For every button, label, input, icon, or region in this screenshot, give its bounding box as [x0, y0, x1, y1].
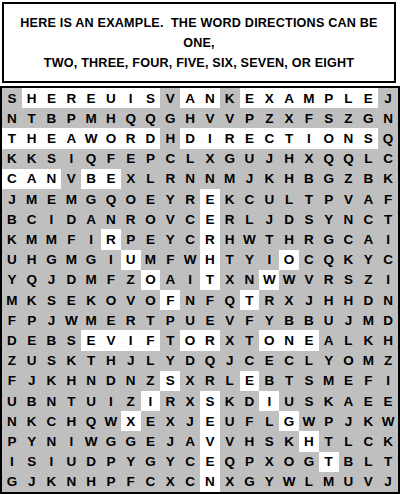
grid-cell[interactable]: D [101, 371, 121, 391]
grid-cell[interactable]: H [240, 431, 260, 451]
grid-cell[interactable]: F [358, 371, 378, 391]
grid-cell[interactable]: F [240, 411, 260, 431]
grid-cell[interactable]: E [141, 411, 161, 431]
grid-cell[interactable]: G [81, 189, 101, 209]
grid-cell[interactable]: I [378, 371, 398, 391]
grid-cell[interactable]: U [81, 391, 101, 411]
grid-cell[interactable]: H [61, 371, 81, 391]
grid-cell[interactable]: A [61, 128, 81, 148]
grid-cell[interactable]: M [141, 250, 161, 270]
grid-cell[interactable]: E [200, 452, 220, 472]
grid-cell[interactable]: C [339, 229, 359, 249]
grid-cell[interactable]: F [200, 290, 220, 310]
grid-cell[interactable]: T [220, 250, 240, 270]
grid-cell[interactable]: T [81, 351, 101, 371]
grid-cell[interactable]: K [220, 391, 240, 411]
grid-cell[interactable]: R [121, 310, 141, 330]
grid-cell[interactable]: J [2, 189, 22, 209]
grid-cell[interactable]: L [339, 431, 359, 451]
grid-cell[interactable]: S [42, 351, 62, 371]
grid-cell[interactable]: H [22, 88, 42, 108]
grid-cell[interactable]: L [141, 351, 161, 371]
grid-cell[interactable]: G [121, 431, 141, 451]
grid-cell[interactable]: N [2, 411, 22, 431]
grid-cell[interactable]: E [240, 371, 260, 391]
grid-cell[interactable]: Q [220, 452, 240, 472]
grid-cell[interactable]: R [101, 229, 121, 249]
grid-cell[interactable]: G [319, 229, 339, 249]
grid-cell[interactable]: G [299, 452, 319, 472]
grid-cell[interactable]: P [319, 411, 339, 431]
grid-cell[interactable]: V [220, 431, 240, 451]
grid-cell[interactable]: H [22, 128, 42, 148]
grid-cell[interactable]: M [220, 169, 240, 189]
grid-cell[interactable]: X [279, 108, 299, 128]
grid-cell[interactable]: O [141, 290, 161, 310]
grid-cell[interactable]: S [22, 452, 42, 472]
grid-cell[interactable]: X [160, 411, 180, 431]
grid-cell[interactable]: L [339, 88, 359, 108]
grid-cell[interactable]: C [141, 472, 161, 492]
grid-cell[interactable]: U [101, 88, 121, 108]
grid-cell[interactable]: K [319, 391, 339, 411]
grid-cell[interactable]: X [121, 169, 141, 189]
grid-cell[interactable]: W [61, 310, 81, 330]
grid-cell[interactable]: C [2, 169, 22, 189]
grid-cell[interactable]: L [358, 452, 378, 472]
grid-cell[interactable]: H [200, 250, 220, 270]
grid-cell[interactable]: R [61, 88, 81, 108]
grid-cell[interactable]: W [240, 229, 260, 249]
grid-cell[interactable]: M [42, 229, 62, 249]
grid-cell[interactable]: H [279, 169, 299, 189]
grid-cell[interactable]: U [2, 391, 22, 411]
grid-cell[interactable]: S [2, 88, 22, 108]
grid-cell[interactable]: G [2, 472, 22, 492]
grid-cell[interactable]: Z [2, 351, 22, 371]
grid-cell[interactable]: E [240, 88, 260, 108]
grid-cell[interactable]: N [180, 169, 200, 189]
grid-cell[interactable]: K [339, 250, 359, 270]
grid-cell[interactable]: O [339, 351, 359, 371]
grid-cell[interactable]: W [299, 411, 319, 431]
grid-cell[interactable]: G [240, 472, 260, 492]
grid-cell[interactable]: R [220, 128, 240, 148]
grid-cell[interactable]: P [101, 452, 121, 472]
grid-cell[interactable]: K [2, 149, 22, 169]
grid-cell[interactable]: U [61, 452, 81, 472]
grid-cell[interactable]: J [259, 149, 279, 169]
grid-cell[interactable]: J [42, 270, 62, 290]
grid-cell[interactable]: D [61, 209, 81, 229]
grid-cell[interactable]: Z [339, 169, 359, 189]
grid-cell[interactable]: F [141, 330, 161, 350]
grid-cell[interactable]: T [279, 128, 299, 148]
grid-cell[interactable]: Y [2, 270, 22, 290]
grid-cell[interactable]: T [240, 330, 260, 350]
grid-cell[interactable]: D [279, 209, 299, 229]
grid-cell[interactable]: I [121, 330, 141, 350]
grid-cell[interactable]: F [160, 250, 180, 270]
grid-cell[interactable]: E [339, 371, 359, 391]
grid-cell[interactable]: M [81, 108, 101, 128]
grid-cell[interactable]: B [299, 169, 319, 189]
grid-cell[interactable]: Q [378, 128, 398, 148]
grid-cell[interactable]: P [61, 108, 81, 128]
grid-cell[interactable]: X [259, 452, 279, 472]
grid-cell[interactable]: K [42, 371, 62, 391]
grid-cell[interactable]: S [299, 371, 319, 391]
grid-cell[interactable]: R [180, 189, 200, 209]
grid-cell[interactable]: D [358, 290, 378, 310]
grid-cell[interactable]: W [259, 270, 279, 290]
grid-cell[interactable]: T [378, 452, 398, 472]
grid-cell[interactable]: T [2, 128, 22, 148]
grid-cell[interactable]: C [358, 209, 378, 229]
grid-cell[interactable]: E [141, 431, 161, 451]
grid-cell[interactable]: P [141, 149, 161, 169]
grid-cell[interactable]: O [141, 270, 161, 290]
grid-cell[interactable]: H [220, 229, 240, 249]
grid-cell[interactable]: B [42, 108, 62, 128]
grid-cell[interactable]: E [22, 330, 42, 350]
grid-cell[interactable]: O [121, 189, 141, 209]
grid-cell[interactable]: E [378, 391, 398, 411]
grid-cell[interactable]: M [299, 88, 319, 108]
grid-cell[interactable]: P [240, 452, 260, 472]
grid-cell[interactable]: D [2, 330, 22, 350]
grid-cell[interactable]: L [180, 149, 200, 169]
grid-cell[interactable]: U [259, 189, 279, 209]
grid-cell[interactable]: E [81, 88, 101, 108]
grid-cell[interactable]: K [220, 88, 240, 108]
grid-cell[interactable]: T [240, 290, 260, 310]
grid-cell[interactable]: X [220, 330, 240, 350]
grid-cell[interactable]: C [378, 149, 398, 169]
grid-cell[interactable]: M [319, 472, 339, 492]
grid-cell[interactable]: M [61, 250, 81, 270]
grid-cell[interactable]: S [299, 209, 319, 229]
grid-cell[interactable]: G [279, 411, 299, 431]
grid-cell[interactable]: K [22, 149, 42, 169]
grid-cell[interactable]: V [101, 330, 121, 350]
grid-cell[interactable]: I [259, 391, 279, 411]
grid-cell[interactable]: V [339, 189, 359, 209]
grid-cell[interactable]: R [200, 330, 220, 350]
grid-cell[interactable]: G [101, 431, 121, 451]
grid-cell[interactable]: E [358, 88, 378, 108]
grid-cell[interactable]: B [339, 452, 359, 472]
grid-cell[interactable]: C [160, 149, 180, 169]
grid-cell[interactable]: A [339, 391, 359, 411]
grid-cell[interactable]: A [180, 88, 200, 108]
grid-cell[interactable]: I [378, 270, 398, 290]
grid-cell[interactable]: K [42, 472, 62, 492]
grid-cell[interactable]: V [299, 270, 319, 290]
grid-cell[interactable]: Q [101, 189, 121, 209]
grid-cell[interactable]: N [200, 88, 220, 108]
grid-cell[interactable]: V [220, 310, 240, 330]
grid-cell[interactable]: C [259, 128, 279, 148]
grid-cell[interactable]: N [200, 472, 220, 492]
grid-cell[interactable]: I [42, 452, 62, 472]
grid-cell[interactable]: F [160, 290, 180, 310]
grid-cell[interactable]: P [160, 310, 180, 330]
grid-cell[interactable]: I [141, 391, 161, 411]
grid-cell[interactable]: M [2, 290, 22, 310]
grid-cell[interactable]: H [180, 108, 200, 128]
grid-cell[interactable]: Z [358, 270, 378, 290]
grid-cell[interactable]: Q [141, 108, 161, 128]
grid-cell[interactable]: Y [319, 351, 339, 371]
grid-cell[interactable]: E [299, 330, 319, 350]
grid-cell[interactable]: E [200, 411, 220, 431]
grid-cell[interactable]: K [259, 169, 279, 189]
grid-cell[interactable]: V [200, 431, 220, 451]
grid-cell[interactable]: N [81, 371, 101, 391]
grid-cell[interactable]: T [61, 391, 81, 411]
grid-cell[interactable]: L [299, 472, 319, 492]
grid-cell[interactable]: F [121, 472, 141, 492]
grid-cell[interactable]: D [240, 391, 260, 411]
grid-cell[interactable]: C [358, 431, 378, 451]
grid-cell[interactable]: C [299, 250, 319, 270]
grid-cell[interactable]: V [121, 290, 141, 310]
grid-cell[interactable]: W [101, 411, 121, 431]
grid-cell[interactable]: U [279, 391, 299, 411]
grid-cell[interactable]: N [61, 472, 81, 492]
grid-cell[interactable]: C [180, 209, 200, 229]
grid-cell[interactable]: S [42, 149, 62, 169]
grid-cell[interactable]: U [22, 351, 42, 371]
grid-cell[interactable]: N [42, 431, 62, 451]
grid-cell[interactable]: H [339, 290, 359, 310]
grid-cell[interactable]: Y [259, 472, 279, 492]
grid-cell[interactable]: Q [220, 290, 240, 310]
grid-cell[interactable]: F [101, 270, 121, 290]
grid-cell[interactable]: P [2, 431, 22, 451]
grid-cell[interactable]: X [200, 149, 220, 169]
grid-cell[interactable]: V [220, 108, 240, 128]
grid-cell[interactable]: J [339, 411, 359, 431]
grid-cell[interactable]: P [22, 310, 42, 330]
grid-cell[interactable]: I [61, 431, 81, 451]
grid-cell[interactable]: A [22, 169, 42, 189]
grid-cell[interactable]: L [299, 351, 319, 371]
grid-cell[interactable]: U [339, 472, 359, 492]
grid-cell[interactable]: E [141, 229, 161, 249]
grid-cell[interactable]: N [240, 270, 260, 290]
grid-cell[interactable]: J [22, 472, 42, 492]
grid-cell[interactable]: H [160, 128, 180, 148]
grid-cell[interactable]: E [101, 169, 121, 189]
grid-cell[interactable]: M [319, 371, 339, 391]
grid-cell[interactable]: J [259, 209, 279, 229]
grid-cell[interactable]: C [22, 209, 42, 229]
grid-cell[interactable]: V [358, 472, 378, 492]
grid-cell[interactable]: B [358, 169, 378, 189]
grid-cell[interactable]: H [378, 330, 398, 350]
grid-cell[interactable]: T [200, 270, 220, 290]
grid-cell[interactable]: H [22, 250, 42, 270]
grid-cell[interactable]: M [358, 310, 378, 330]
grid-cell[interactable]: G [220, 149, 240, 169]
grid-cell[interactable]: E [358, 391, 378, 411]
grid-cell[interactable]: F [2, 310, 22, 330]
grid-cell[interactable]: L [279, 189, 299, 209]
grid-cell[interactable]: K [61, 351, 81, 371]
grid-cell[interactable]: X [220, 270, 240, 290]
grid-cell[interactable]: N [180, 290, 200, 310]
grid-cell[interactable]: E [42, 88, 62, 108]
grid-cell[interactable]: X [180, 371, 200, 391]
grid-cell[interactable]: K [81, 290, 101, 310]
grid-cell[interactable]: X [279, 290, 299, 310]
grid-cell[interactable]: Y [160, 452, 180, 472]
grid-cell[interactable]: T [319, 431, 339, 451]
grid-cell[interactable]: R [121, 128, 141, 148]
grid-cell[interactable]: R [200, 371, 220, 391]
grid-cell[interactable]: U [180, 310, 200, 330]
grid-cell[interactable]: E [42, 189, 62, 209]
grid-cell[interactable]: N [101, 209, 121, 229]
grid-cell[interactable]: Q [121, 108, 141, 128]
grid-cell[interactable]: I [121, 88, 141, 108]
grid-cell[interactable]: N [42, 391, 62, 411]
grid-cell[interactable]: M [81, 270, 101, 290]
grid-cell[interactable]: I [299, 128, 319, 148]
grid-cell[interactable]: X [220, 472, 240, 492]
grid-cell[interactable]: T [259, 229, 279, 249]
grid-cell[interactable]: L [240, 209, 260, 229]
grid-cell[interactable]: X [299, 149, 319, 169]
grid-cell[interactable]: T [22, 108, 42, 128]
grid-cell[interactable]: V [160, 88, 180, 108]
grid-cell[interactable]: E [81, 330, 101, 350]
grid-cell[interactable]: A [81, 209, 101, 229]
grid-cell[interactable]: W [81, 128, 101, 148]
grid-cell[interactable]: X [180, 391, 200, 411]
grid-cell[interactable]: R [160, 391, 180, 411]
grid-cell[interactable]: W [180, 250, 200, 270]
grid-cell[interactable]: W [279, 270, 299, 290]
grid-cell[interactable]: I [2, 452, 22, 472]
grid-cell[interactable]: I [259, 250, 279, 270]
grid-cell[interactable]: S [319, 108, 339, 128]
grid-cell[interactable]: A [160, 270, 180, 290]
grid-cell[interactable]: Q [22, 270, 42, 290]
grid-cell[interactable]: X [160, 472, 180, 492]
grid-cell[interactable]: P [101, 472, 121, 492]
grid-cell[interactable]: M [22, 189, 42, 209]
grid-cell[interactable]: T [141, 310, 161, 330]
grid-cell[interactable]: G [160, 108, 180, 128]
grid-cell[interactable]: L [259, 411, 279, 431]
grid-cell[interactable]: J [121, 351, 141, 371]
grid-cell[interactable]: M [22, 229, 42, 249]
grid-cell[interactable]: A [358, 189, 378, 209]
grid-cell[interactable]: T [279, 371, 299, 391]
grid-cell[interactable]: C [180, 229, 200, 249]
grid-cell[interactable]: G [319, 169, 339, 189]
grid-cell[interactable]: G [358, 108, 378, 128]
grid-cell[interactable]: F [378, 189, 398, 209]
grid-cell[interactable]: O [259, 330, 279, 350]
grid-cell[interactable]: P [240, 108, 260, 128]
grid-cell[interactable]: R [220, 209, 240, 229]
grid-cell[interactable]: T [319, 452, 339, 472]
grid-cell[interactable]: U [121, 250, 141, 270]
grid-cell[interactable]: N [121, 371, 141, 391]
grid-cell[interactable]: B [2, 209, 22, 229]
grid-cell[interactable]: N [279, 330, 299, 350]
grid-cell[interactable]: E [121, 149, 141, 169]
grid-cell[interactable]: Y [240, 250, 260, 270]
grid-cell[interactable]: U [240, 149, 260, 169]
grid-cell[interactable]: D [141, 128, 161, 148]
grid-cell[interactable]: H [81, 472, 101, 492]
grid-cell[interactable]: A [358, 229, 378, 249]
grid-cell[interactable]: R [319, 270, 339, 290]
grid-cell[interactable]: M [81, 310, 101, 330]
grid-cell[interactable]: E [101, 310, 121, 330]
grid-cell[interactable]: C [180, 452, 200, 472]
grid-cell[interactable]: E [200, 189, 220, 209]
grid-cell[interactable]: Z [121, 270, 141, 290]
grid-cell[interactable]: Z [121, 391, 141, 411]
grid-cell[interactable]: J [339, 310, 359, 330]
grid-cell[interactable]: Z [339, 108, 359, 128]
grid-cell[interactable]: P [121, 229, 141, 249]
grid-cell[interactable]: X [121, 411, 141, 431]
grid-cell[interactable]: Q [200, 351, 220, 371]
grid-cell[interactable]: S [339, 270, 359, 290]
grid-cell[interactable]: J [378, 472, 398, 492]
grid-cell[interactable]: E [200, 310, 220, 330]
grid-cell[interactable]: G [141, 452, 161, 472]
grid-cell[interactable]: R [259, 290, 279, 310]
grid-cell[interactable]: K [220, 189, 240, 209]
grid-cell[interactable]: V [160, 209, 180, 229]
grid-cell[interactable]: R [160, 169, 180, 189]
grid-cell[interactable]: J [240, 169, 260, 189]
grid-cell[interactable]: Y [160, 189, 180, 209]
grid-cell[interactable]: K [2, 229, 22, 249]
grid-cell[interactable]: S [61, 330, 81, 350]
grid-cell[interactable]: Q [81, 149, 101, 169]
grid-cell[interactable]: N [378, 290, 398, 310]
grid-cell[interactable]: O [101, 290, 121, 310]
grid-cell[interactable]: J [22, 371, 42, 391]
grid-cell[interactable]: S [42, 290, 62, 310]
grid-cell[interactable]: I [180, 270, 200, 290]
grid-cell[interactable]: F [240, 310, 260, 330]
grid-cell[interactable]: Q [319, 250, 339, 270]
grid-cell[interactable]: K [378, 169, 398, 189]
grid-cell[interactable]: U [319, 310, 339, 330]
grid-cell[interactable]: W [279, 472, 299, 492]
grid-cell[interactable]: L [339, 330, 359, 350]
grid-cell[interactable]: P [319, 189, 339, 209]
grid-cell[interactable]: E [259, 351, 279, 371]
grid-cell[interactable]: N [339, 209, 359, 229]
grid-cell[interactable]: H [319, 290, 339, 310]
grid-cell[interactable]: B [279, 310, 299, 330]
grid-cell[interactable]: C [240, 189, 260, 209]
grid-cell[interactable]: G [42, 250, 62, 270]
grid-cell[interactable]: O [180, 330, 200, 350]
grid-cell[interactable]: D [378, 310, 398, 330]
